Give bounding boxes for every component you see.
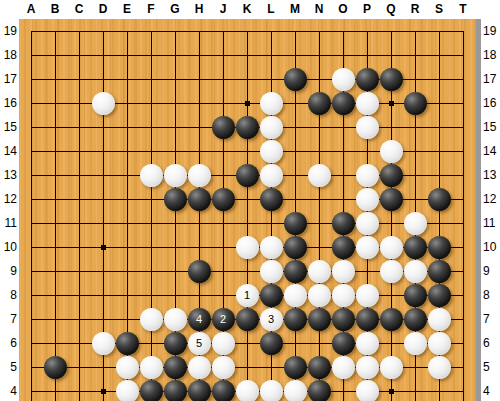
row-label-left-8: 8 — [0, 288, 17, 302]
stone-B5 — [44, 356, 67, 379]
stone-H4 — [188, 380, 211, 401]
stone-L15 — [260, 116, 283, 139]
row-label-left-7: 7 — [0, 312, 17, 326]
row-label-left-12: 12 — [0, 192, 17, 206]
stone-P7 — [356, 308, 379, 331]
stone-P10 — [356, 236, 379, 259]
stone-R10 — [404, 236, 427, 259]
stone-O5 — [332, 356, 355, 379]
row-label-right-6: 6 — [483, 336, 500, 350]
stone-Q5 — [380, 356, 403, 379]
row-label-right-5: 5 — [483, 360, 500, 374]
move-stone-3-L7: 3 — [260, 308, 283, 331]
stone-O9 — [332, 260, 355, 283]
stone-P6 — [356, 332, 379, 355]
star-point — [101, 245, 106, 250]
star-point — [389, 389, 394, 394]
stone-P12 — [356, 188, 379, 211]
row-label-left-18: 18 — [0, 48, 17, 62]
stone-K10 — [236, 236, 259, 259]
stone-Q17 — [380, 68, 403, 91]
row-label-left-10: 10 — [0, 240, 17, 254]
row-label-left-5: 5 — [0, 360, 17, 374]
stone-F13 — [140, 164, 163, 187]
stone-S9 — [428, 260, 451, 283]
stone-R9 — [404, 260, 427, 283]
stone-D6 — [92, 332, 115, 355]
move-stone-5-H6: 5 — [188, 332, 211, 355]
stone-P8 — [356, 284, 379, 307]
stone-F4 — [140, 380, 163, 401]
column-label-N: N — [309, 1, 329, 18]
row-label-right-18: 18 — [483, 48, 500, 62]
stone-H12 — [188, 188, 211, 211]
column-label-B: B — [45, 1, 65, 18]
stone-N16 — [308, 92, 331, 115]
stone-P11 — [356, 212, 379, 235]
stone-M11 — [284, 212, 307, 235]
stone-O6 — [332, 332, 355, 355]
stone-G7 — [164, 308, 187, 331]
stone-P4 — [356, 380, 379, 401]
column-label-O: O — [333, 1, 353, 18]
row-label-right-10: 10 — [483, 240, 500, 254]
stone-E4 — [116, 380, 139, 401]
stone-D16 — [92, 92, 115, 115]
row-label-right-4: 4 — [483, 384, 500, 398]
column-label-S: S — [429, 1, 449, 18]
stone-G5 — [164, 356, 187, 379]
stone-S10 — [428, 236, 451, 259]
row-label-left-9: 9 — [0, 264, 17, 278]
star-point — [245, 101, 250, 106]
stone-R16 — [404, 92, 427, 115]
column-label-E: E — [117, 1, 137, 18]
stone-J4 — [212, 380, 235, 401]
column-label-P: P — [357, 1, 377, 18]
row-label-left-17: 17 — [0, 72, 17, 86]
stone-L6 — [260, 332, 283, 355]
row-label-left-13: 13 — [0, 168, 17, 182]
stone-M17 — [284, 68, 307, 91]
column-label-J: J — [213, 1, 233, 18]
stone-S6 — [428, 332, 451, 355]
move-stone-2-J7: 2 — [212, 308, 235, 331]
stone-H13 — [188, 164, 211, 187]
stone-L12 — [260, 188, 283, 211]
stone-O8 — [332, 284, 355, 307]
board-shadow — [476, 19, 481, 401]
row-label-left-19: 19 — [0, 24, 17, 38]
stone-L4 — [260, 380, 283, 401]
column-label-G: G — [165, 1, 185, 18]
row-label-right-11: 11 — [483, 216, 500, 230]
stone-Q10 — [380, 236, 403, 259]
row-label-right-7: 7 — [483, 312, 500, 326]
stone-P15 — [356, 116, 379, 139]
row-label-right-17: 17 — [483, 72, 500, 86]
stone-L9 — [260, 260, 283, 283]
stone-O16 — [332, 92, 355, 115]
stone-N7 — [308, 308, 331, 331]
row-label-right-14: 14 — [483, 144, 500, 158]
column-label-C: C — [69, 1, 89, 18]
stone-Q12 — [380, 188, 403, 211]
move-stone-1-K8: 1 — [236, 284, 259, 307]
stone-M4 — [284, 380, 307, 401]
stone-R11 — [404, 212, 427, 235]
stone-O7 — [332, 308, 355, 331]
row-label-left-16: 16 — [0, 96, 17, 110]
stone-M7 — [284, 308, 307, 331]
stone-M9 — [284, 260, 307, 283]
column-label-K: K — [237, 1, 257, 18]
row-label-right-8: 8 — [483, 288, 500, 302]
stone-F7 — [140, 308, 163, 331]
stone-O11 — [332, 212, 355, 235]
stone-Q7 — [380, 308, 403, 331]
stone-Q14 — [380, 140, 403, 163]
stone-P17 — [356, 68, 379, 91]
column-label-D: D — [93, 1, 113, 18]
column-label-T: T — [453, 1, 473, 18]
stone-G4 — [164, 380, 187, 401]
stone-N5 — [308, 356, 331, 379]
row-label-right-12: 12 — [483, 192, 500, 206]
stone-K7 — [236, 308, 259, 331]
column-label-L: L — [261, 1, 281, 18]
stone-Q9 — [380, 260, 403, 283]
column-label-R: R — [405, 1, 425, 18]
row-label-left-4: 4 — [0, 384, 17, 398]
row-label-right-15: 15 — [483, 120, 500, 134]
stone-J5 — [212, 356, 235, 379]
stone-S12 — [428, 188, 451, 211]
row-label-left-11: 11 — [0, 216, 17, 230]
column-label-M: M — [285, 1, 305, 18]
row-label-left-6: 6 — [0, 336, 17, 350]
stone-S7 — [428, 308, 451, 331]
stone-L14 — [260, 140, 283, 163]
stone-M5 — [284, 356, 307, 379]
stone-H5 — [188, 356, 211, 379]
stone-N13 — [308, 164, 331, 187]
stone-N9 — [308, 260, 331, 283]
stone-L13 — [260, 164, 283, 187]
stone-N8 — [308, 284, 331, 307]
star-point — [389, 101, 394, 106]
stone-L16 — [260, 92, 283, 115]
stone-M8 — [284, 284, 307, 307]
column-label-A: A — [21, 1, 41, 18]
row-label-left-14: 14 — [0, 144, 17, 158]
stone-K15 — [236, 116, 259, 139]
column-label-H: H — [189, 1, 209, 18]
stone-H9 — [188, 260, 211, 283]
stone-G6 — [164, 332, 187, 355]
stone-J15 — [212, 116, 235, 139]
go-board[interactable]: 14235 — [19, 19, 476, 401]
stone-F5 — [140, 356, 163, 379]
row-label-right-16: 16 — [483, 96, 500, 110]
stone-L10 — [260, 236, 283, 259]
stone-S5 — [428, 356, 451, 379]
stone-J6 — [212, 332, 235, 355]
stone-O10 — [332, 236, 355, 259]
column-label-Q: Q — [381, 1, 401, 18]
stone-R7 — [404, 308, 427, 331]
stone-P13 — [356, 164, 379, 187]
star-point — [101, 389, 106, 394]
stone-K13 — [236, 164, 259, 187]
stone-Q13 — [380, 164, 403, 187]
stone-G13 — [164, 164, 187, 187]
stone-P16 — [356, 92, 379, 115]
row-label-right-9: 9 — [483, 264, 500, 278]
stone-K4 — [236, 380, 259, 401]
column-label-F: F — [141, 1, 161, 18]
stone-E6 — [116, 332, 139, 355]
stone-S8 — [428, 284, 451, 307]
stone-N4 — [308, 380, 331, 401]
stone-O17 — [332, 68, 355, 91]
stone-R8 — [404, 284, 427, 307]
stone-L8 — [260, 284, 283, 307]
go-board-screen: 14235 ABCDEFGHJKLMNOPQRST191918181717161… — [0, 0, 500, 401]
stone-J12 — [212, 188, 235, 211]
row-label-right-13: 13 — [483, 168, 500, 182]
stone-E5 — [116, 356, 139, 379]
row-label-left-15: 15 — [0, 120, 17, 134]
stone-G12 — [164, 188, 187, 211]
stone-P5 — [356, 356, 379, 379]
stone-R6 — [404, 332, 427, 355]
move-stone-4-H7: 4 — [188, 308, 211, 331]
row-label-right-19: 19 — [483, 24, 500, 38]
stone-M10 — [284, 236, 307, 259]
